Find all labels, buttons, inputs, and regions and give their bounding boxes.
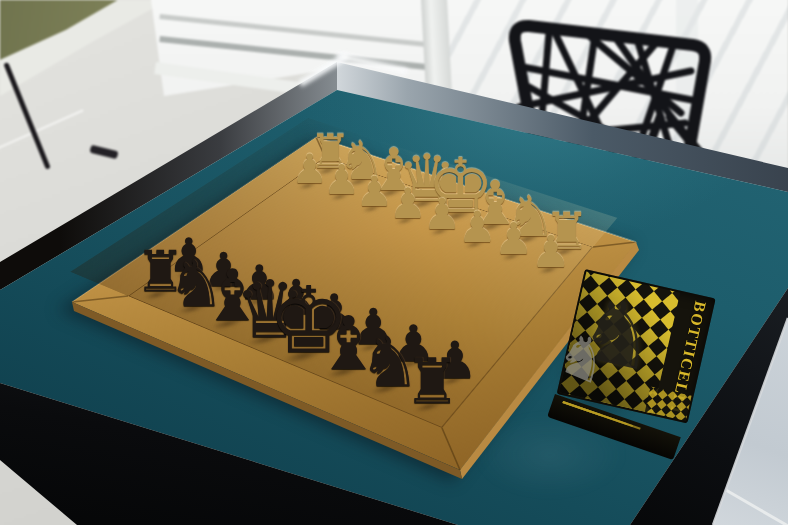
- white-pawn-d2[interactable]: ♟: [389, 182, 427, 224]
- black-rook-h8[interactable]: ♜: [404, 351, 460, 414]
- white-pawn-c2[interactable]: ♟: [356, 171, 393, 213]
- box-top-face: ♞ ♞ BOTTICELLI: [557, 269, 716, 424]
- white-pawn-f2[interactable]: ♟: [458, 206, 497, 249]
- botticelli-box: ♞ ♞ BOTTICELLI: [548, 258, 733, 473]
- white-pawn-b2[interactable]: ♟: [323, 160, 360, 201]
- white-pawn-g2[interactable]: ♟: [494, 218, 533, 262]
- chess-photo-scene: ♜♞♟♝♟♛♟♚♟♝♟♞♟♜♟♟♟♟♜♟♞♟♝♟♛♟♚♟♝♟♞♜ ♞ ♞ BOT…: [0, 0, 788, 525]
- white-pawn-e2[interactable]: ♟: [423, 194, 461, 237]
